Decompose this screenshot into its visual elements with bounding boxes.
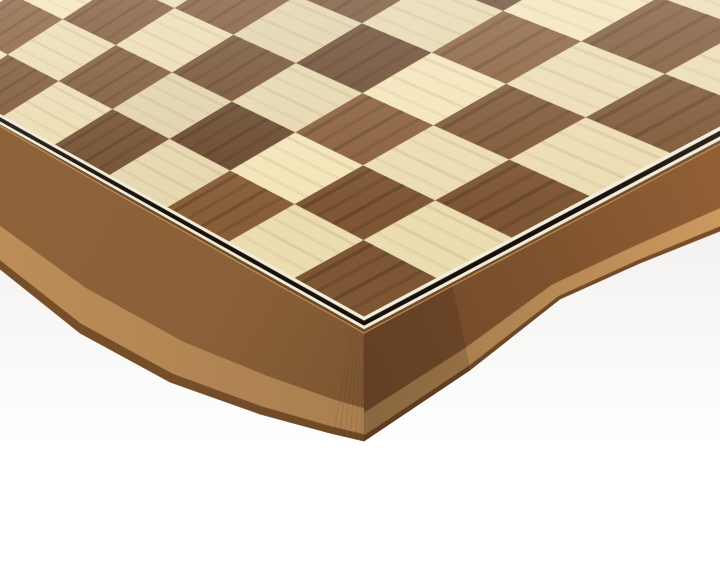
lighting-haze	[0, 0, 720, 210]
chessboard	[0, 0, 720, 576]
photo-frame	[0, 0, 720, 576]
